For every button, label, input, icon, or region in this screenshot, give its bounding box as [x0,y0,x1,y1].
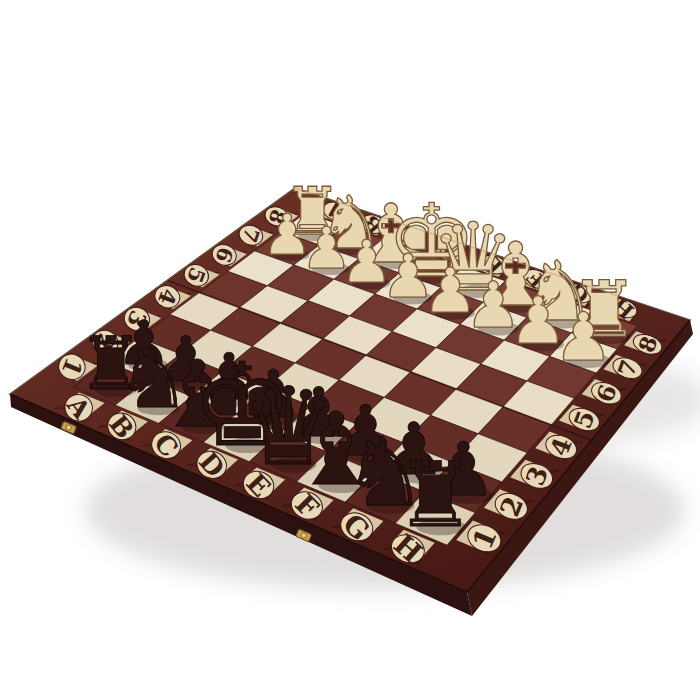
product-photo-canvas: AA11BB22CC33DD44EE55FF66GG77HH88♜♞♟♝♟♚♟♛… [0,0,700,700]
piece-white-pawn-h7[interactable]: ♟ [554,298,614,376]
piece-black-rook-h1[interactable]: ♜ [395,443,475,547]
chessboard-photo: AA11BB22CC33DD44EE55FF66GG77HH88♜♞♟♝♟♚♟♛… [0,0,700,700]
